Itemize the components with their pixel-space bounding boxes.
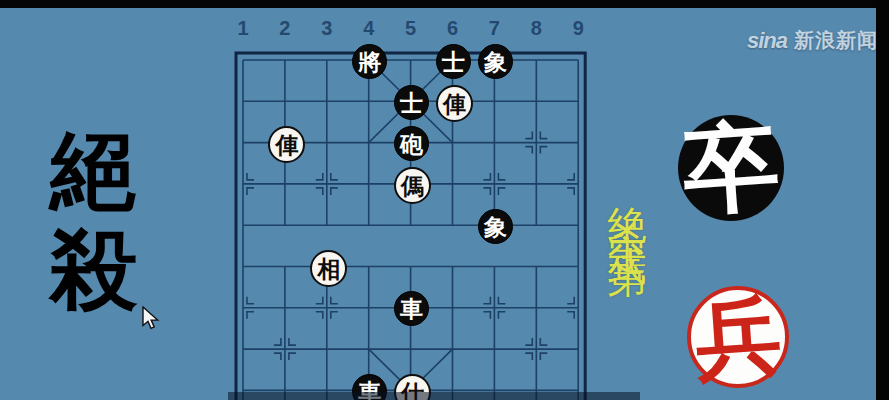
red-elephant[interactable]: 相: [310, 250, 347, 287]
sina-watermark-text: 新浪新闻: [794, 27, 878, 54]
side-caption: 绝杀定式第: [600, 176, 654, 241]
top-letterbox-bar: [0, 0, 889, 8]
right-letterbox-bar: [876, 0, 889, 400]
column-label-2: 2: [273, 17, 297, 40]
black-advisor[interactable]: 士: [394, 85, 429, 120]
red-chariot[interactable]: 俥: [268, 126, 305, 163]
sina-logo: sina: [747, 28, 787, 54]
black-elephant[interactable]: 象: [478, 44, 513, 79]
black-chariot[interactable]: 車: [394, 291, 429, 326]
black-cannon[interactable]: 砲: [394, 126, 429, 161]
red-chariot[interactable]: 俥: [436, 85, 473, 122]
mouse-cursor: [142, 306, 160, 330]
column-label-3: 3: [315, 17, 339, 40]
red-soldier-disc: 兵: [687, 286, 789, 388]
black-advisor[interactable]: 士: [436, 44, 471, 79]
black-soldier-disc: 卒: [678, 115, 784, 221]
column-label-9: 9: [566, 17, 590, 40]
black-elephant[interactable]: 象: [478, 209, 513, 244]
black-soldier-glyph: 卒: [680, 117, 782, 219]
column-label-4: 4: [357, 17, 381, 40]
column-label-8: 8: [524, 17, 548, 40]
left-title: 絕殺: [50, 122, 150, 319]
column-label-5: 5: [399, 17, 423, 40]
red-soldier-glyph: 兵: [692, 291, 784, 383]
black-general[interactable]: 將: [352, 44, 387, 79]
red-horse[interactable]: 傌: [394, 167, 431, 204]
video-frame: 123456789 將士象士俥俥砲傌象相車車仕 絕殺 绝杀定式第 卒 兵 sin…: [0, 0, 889, 400]
bottom-shadow-band: [228, 392, 640, 400]
column-label-1: 1: [231, 17, 255, 40]
sina-watermark: sina 新浪新闻: [747, 27, 878, 54]
column-label-7: 7: [482, 17, 506, 40]
column-label-6: 6: [441, 17, 465, 40]
